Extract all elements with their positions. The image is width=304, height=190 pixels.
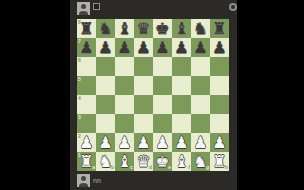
square-d3[interactable] bbox=[134, 114, 153, 133]
file-label-g: g bbox=[206, 165, 209, 170]
square-c1[interactable]: c♝ bbox=[115, 152, 134, 171]
square-f2[interactable]: ♟ bbox=[172, 133, 191, 152]
square-b7[interactable]: ♟ bbox=[96, 38, 115, 57]
square-g8[interactable]: ♞ bbox=[191, 19, 210, 38]
square-badge-icon bbox=[93, 3, 100, 10]
square-h3[interactable] bbox=[210, 114, 229, 133]
square-f7[interactable]: ♟ bbox=[172, 38, 191, 57]
square-e5[interactable] bbox=[153, 76, 172, 95]
square-d1[interactable]: d♛ bbox=[134, 152, 153, 171]
square-h1[interactable]: h♜ bbox=[210, 152, 229, 171]
square-a6[interactable]: 6 bbox=[77, 57, 96, 76]
black-pawn-f7[interactable]: ♟ bbox=[174, 38, 188, 57]
square-h6[interactable] bbox=[210, 57, 229, 76]
rank-label-7: 7 bbox=[78, 39, 81, 44]
white-pawn-e2[interactable]: ♟ bbox=[155, 133, 169, 152]
letterbox-right bbox=[237, 0, 304, 190]
square-e1[interactable]: e♚ bbox=[153, 152, 172, 171]
square-g3[interactable] bbox=[191, 114, 210, 133]
square-d5[interactable] bbox=[134, 76, 153, 95]
letterbox-left bbox=[0, 0, 70, 190]
black-king-e8[interactable]: ♚ bbox=[155, 19, 169, 38]
square-c8[interactable]: ♝ bbox=[115, 19, 134, 38]
default-avatar-icon bbox=[81, 176, 86, 181]
square-a3[interactable]: 3 bbox=[77, 114, 96, 133]
white-pawn-a2[interactable]: ♟ bbox=[79, 133, 93, 152]
opponent-avatar[interactable] bbox=[77, 2, 90, 15]
square-g5[interactable] bbox=[191, 76, 210, 95]
square-e8[interactable]: ♚ bbox=[153, 19, 172, 38]
square-h7[interactable]: ♟ bbox=[210, 38, 229, 57]
square-h8[interactable]: ♜ bbox=[210, 19, 229, 38]
rank-label-5: 5 bbox=[78, 77, 81, 82]
black-pawn-e7[interactable]: ♟ bbox=[155, 38, 169, 57]
square-d8[interactable]: ♛ bbox=[134, 19, 153, 38]
white-bishop-f1[interactable]: ♝ bbox=[174, 152, 188, 171]
black-bishop-c8[interactable]: ♝ bbox=[117, 19, 131, 38]
square-a2[interactable]: 2♟ bbox=[77, 133, 96, 152]
file-label-e: e bbox=[168, 165, 171, 170]
square-f1[interactable]: f♝ bbox=[172, 152, 191, 171]
square-d4[interactable] bbox=[134, 95, 153, 114]
square-b1[interactable]: b♞ bbox=[96, 152, 115, 171]
square-f8[interactable]: ♝ bbox=[172, 19, 191, 38]
white-pawn-g2[interactable]: ♟ bbox=[193, 133, 207, 152]
rank-label-1: 1 bbox=[78, 153, 81, 158]
default-avatar-icon bbox=[81, 4, 86, 9]
square-g1[interactable]: g♞ bbox=[191, 152, 210, 171]
square-d2[interactable]: ♟ bbox=[134, 133, 153, 152]
black-pawn-d7[interactable]: ♟ bbox=[136, 38, 150, 57]
file-label-c: c bbox=[130, 165, 133, 170]
player-avatar[interactable] bbox=[77, 174, 90, 187]
square-g4[interactable] bbox=[191, 95, 210, 114]
screen: 8♜♞♝♛♚♝♞♜7♟♟♟♟♟♟♟♟65432♟♟♟♟♟♟♟♟1a♜b♞c♝d♛… bbox=[0, 0, 304, 190]
rank-label-3: 3 bbox=[78, 115, 81, 120]
square-e2[interactable]: ♟ bbox=[153, 133, 172, 152]
square-d6[interactable] bbox=[134, 57, 153, 76]
square-f5[interactable] bbox=[172, 76, 191, 95]
square-h2[interactable]: ♟ bbox=[210, 133, 229, 152]
white-pawn-h2[interactable]: ♟ bbox=[212, 133, 226, 152]
file-label-h: h bbox=[225, 165, 228, 170]
square-a5[interactable]: 5 bbox=[77, 76, 96, 95]
square-a1[interactable]: 1a♜ bbox=[77, 152, 96, 171]
black-pawn-g7[interactable]: ♟ bbox=[193, 38, 207, 57]
square-b8[interactable]: ♞ bbox=[96, 19, 115, 38]
square-f3[interactable] bbox=[172, 114, 191, 133]
black-knight-g8[interactable]: ♞ bbox=[193, 19, 207, 38]
square-c2[interactable]: ♟ bbox=[115, 133, 134, 152]
square-e6[interactable] bbox=[153, 57, 172, 76]
black-pawn-a7[interactable]: ♟ bbox=[79, 38, 93, 57]
square-h4[interactable] bbox=[210, 95, 229, 114]
black-rook-a8[interactable]: ♜ bbox=[79, 19, 93, 38]
chess-board[interactable]: 8♜♞♝♛♚♝♞♜7♟♟♟♟♟♟♟♟65432♟♟♟♟♟♟♟♟1a♜b♞c♝d♛… bbox=[77, 19, 229, 171]
square-a4[interactable]: 4 bbox=[77, 95, 96, 114]
rank-label-6: 6 bbox=[78, 58, 81, 63]
square-e7[interactable]: ♟ bbox=[153, 38, 172, 57]
square-c3[interactable] bbox=[115, 114, 134, 133]
rank-label-8: 8 bbox=[78, 20, 81, 25]
square-f6[interactable] bbox=[172, 57, 191, 76]
white-pawn-f2[interactable]: ♟ bbox=[174, 133, 188, 152]
square-b4[interactable] bbox=[96, 95, 115, 114]
square-g6[interactable] bbox=[191, 57, 210, 76]
square-c4[interactable] bbox=[115, 95, 134, 114]
square-h5[interactable] bbox=[210, 76, 229, 95]
square-c6[interactable] bbox=[115, 57, 134, 76]
square-d7[interactable]: ♟ bbox=[134, 38, 153, 57]
file-label-d: d bbox=[149, 165, 152, 170]
square-a8[interactable]: 8♜ bbox=[77, 19, 96, 38]
rank-label-4: 4 bbox=[78, 96, 81, 101]
black-pawn-b7[interactable]: ♟ bbox=[98, 38, 112, 57]
file-label-a: a bbox=[92, 165, 95, 170]
black-pawn-h7[interactable]: ♟ bbox=[212, 38, 226, 57]
square-a7[interactable]: 7♟ bbox=[77, 38, 96, 57]
settings-gear-icon[interactable] bbox=[229, 3, 237, 11]
bottom-player-row[interactable]: nn bbox=[77, 173, 101, 187]
square-g7[interactable]: ♟ bbox=[191, 38, 210, 57]
bottom-player-name: nn bbox=[93, 174, 101, 187]
square-e3[interactable] bbox=[153, 114, 172, 133]
file-label-b: b bbox=[111, 165, 114, 170]
black-knight-b8[interactable]: ♞ bbox=[98, 19, 112, 38]
white-pawn-b2[interactable]: ♟ bbox=[98, 133, 112, 152]
square-c5[interactable] bbox=[115, 76, 134, 95]
square-g2[interactable]: ♟ bbox=[191, 133, 210, 152]
square-b6[interactable] bbox=[96, 57, 115, 76]
rank-label-2: 2 bbox=[78, 134, 81, 139]
white-pawn-c2[interactable]: ♟ bbox=[117, 133, 131, 152]
square-c7[interactable]: ♟ bbox=[115, 38, 134, 57]
square-b5[interactable] bbox=[96, 76, 115, 95]
white-pawn-d2[interactable]: ♟ bbox=[136, 133, 150, 152]
square-e4[interactable] bbox=[153, 95, 172, 114]
square-f4[interactable] bbox=[172, 95, 191, 114]
square-b2[interactable]: ♟ bbox=[96, 133, 115, 152]
black-rook-h8[interactable]: ♜ bbox=[212, 19, 226, 38]
file-label-f: f bbox=[188, 165, 190, 170]
chess-app: 8♜♞♝♛♚♝♞♜7♟♟♟♟♟♟♟♟65432♟♟♟♟♟♟♟♟1a♜b♞c♝d♛… bbox=[70, 0, 237, 190]
square-b3[interactable] bbox=[96, 114, 115, 133]
black-queen-d8[interactable]: ♛ bbox=[136, 19, 150, 38]
black-bishop-f8[interactable]: ♝ bbox=[174, 19, 188, 38]
black-pawn-c7[interactable]: ♟ bbox=[117, 38, 131, 57]
top-player-row[interactable] bbox=[77, 2, 103, 16]
